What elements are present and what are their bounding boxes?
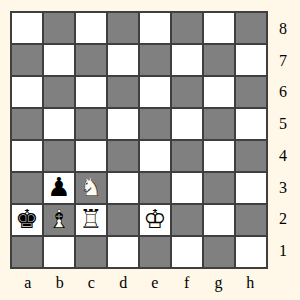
white-rook-outline-glyph: ♖ — [76, 205, 106, 235]
file-label-g: g — [203, 273, 235, 293]
square-b1[interactable] — [44, 237, 74, 267]
square-c1[interactable] — [76, 237, 106, 267]
square-g3[interactable] — [204, 173, 234, 203]
black-king-piece[interactable]: ♚ — [12, 205, 42, 235]
square-b2[interactable]: ♝♗ — [44, 205, 74, 235]
rank-label-7: 7 — [272, 45, 294, 77]
square-h2[interactable] — [236, 205, 266, 235]
square-c5[interactable] — [76, 109, 106, 139]
square-b3[interactable]: ♟ — [44, 173, 74, 203]
square-g5[interactable] — [204, 109, 234, 139]
square-g1[interactable] — [204, 237, 234, 267]
square-c4[interactable] — [76, 141, 106, 171]
square-a4[interactable] — [12, 141, 42, 171]
square-f1[interactable] — [172, 237, 202, 267]
square-c7[interactable] — [76, 45, 106, 75]
square-a2[interactable]: ♚ — [12, 205, 42, 235]
square-e7[interactable] — [140, 45, 170, 75]
square-f3[interactable] — [172, 173, 202, 203]
rank-label-3: 3 — [272, 172, 294, 204]
square-f7[interactable] — [172, 45, 202, 75]
white-king-outline-glyph: ♔ — [140, 205, 170, 235]
file-label-e: e — [139, 273, 171, 293]
square-h8[interactable] — [236, 13, 266, 43]
square-f6[interactable] — [172, 77, 202, 107]
rank-label-1: 1 — [272, 235, 294, 267]
square-d2[interactable] — [108, 205, 138, 235]
square-h6[interactable] — [236, 77, 266, 107]
black-pawn-piece[interactable]: ♟ — [44, 173, 74, 203]
file-label-b: b — [44, 273, 76, 293]
file-label-c: c — [76, 273, 108, 293]
square-f5[interactable] — [172, 109, 202, 139]
square-f4[interactable] — [172, 141, 202, 171]
square-c6[interactable] — [76, 77, 106, 107]
white-king-piece[interactable]: ♚♔ — [140, 205, 170, 235]
square-d7[interactable] — [108, 45, 138, 75]
file-label-a: a — [12, 273, 44, 293]
square-a1[interactable] — [12, 237, 42, 267]
square-d8[interactable] — [108, 13, 138, 43]
square-e6[interactable] — [140, 77, 170, 107]
square-b7[interactable] — [44, 45, 74, 75]
square-g6[interactable] — [204, 77, 234, 107]
square-f2[interactable] — [172, 205, 202, 235]
rank-label-6: 6 — [272, 77, 294, 109]
rank-label-2: 2 — [272, 204, 294, 236]
rank-label-8: 8 — [272, 13, 294, 45]
square-e3[interactable] — [140, 173, 170, 203]
square-h1[interactable] — [236, 237, 266, 267]
square-e8[interactable] — [140, 13, 170, 43]
square-b8[interactable] — [44, 13, 74, 43]
square-d4[interactable] — [108, 141, 138, 171]
square-e1[interactable] — [140, 237, 170, 267]
square-c3[interactable]: ♞♘ — [76, 173, 106, 203]
square-g8[interactable] — [204, 13, 234, 43]
square-h4[interactable] — [236, 141, 266, 171]
rank-label-4: 4 — [272, 140, 294, 172]
square-a3[interactable] — [12, 173, 42, 203]
square-g7[interactable] — [204, 45, 234, 75]
square-d5[interactable] — [108, 109, 138, 139]
square-a7[interactable] — [12, 45, 42, 75]
square-b4[interactable] — [44, 141, 74, 171]
square-h3[interactable] — [236, 173, 266, 203]
file-label-h: h — [234, 273, 266, 293]
white-knight-piece[interactable]: ♞♘ — [76, 173, 106, 203]
square-e4[interactable] — [140, 141, 170, 171]
white-rook-piece[interactable]: ♜♖ — [76, 205, 106, 235]
square-e2[interactable]: ♚♔ — [140, 205, 170, 235]
square-g4[interactable] — [204, 141, 234, 171]
square-a6[interactable] — [12, 77, 42, 107]
square-d1[interactable] — [108, 237, 138, 267]
rank-labels: 87654321 — [272, 13, 294, 267]
square-c8[interactable] — [76, 13, 106, 43]
square-h7[interactable] — [236, 45, 266, 75]
square-f8[interactable] — [172, 13, 202, 43]
rank-label-5: 5 — [272, 108, 294, 140]
white-knight-outline-glyph: ♘ — [76, 173, 106, 203]
white-bishop-outline-glyph: ♗ — [44, 205, 74, 235]
square-d6[interactable] — [108, 77, 138, 107]
square-g2[interactable] — [204, 205, 234, 235]
square-c2[interactable]: ♜♖ — [76, 205, 106, 235]
white-bishop-piece[interactable]: ♝♗ — [44, 205, 74, 235]
square-b5[interactable] — [44, 109, 74, 139]
file-label-d: d — [107, 273, 139, 293]
square-e5[interactable] — [140, 109, 170, 139]
square-a5[interactable] — [12, 109, 42, 139]
square-h5[interactable] — [236, 109, 266, 139]
file-label-f: f — [171, 273, 203, 293]
square-d3[interactable] — [108, 173, 138, 203]
file-labels: abcdefgh — [12, 273, 266, 293]
chess-board: ♟♞♘♚♝♗♜♖♚♔ — [10, 11, 268, 269]
square-a8[interactable] — [12, 13, 42, 43]
square-b6[interactable] — [44, 77, 74, 107]
